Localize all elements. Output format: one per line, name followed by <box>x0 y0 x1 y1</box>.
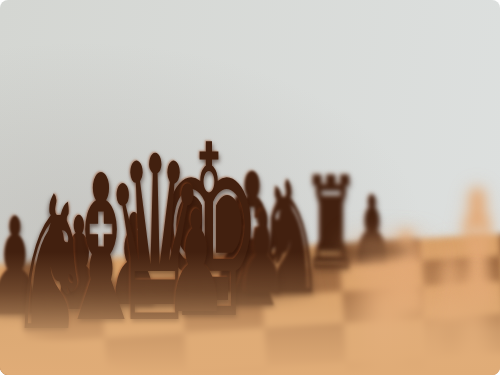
piece-black-knight-b8[interactable]: ♞ <box>0 172 134 356</box>
black-knight-glyph: ♞ <box>10 172 93 356</box>
piece-white-pawn-blurred[interactable]: ♟ <box>410 267 500 375</box>
white-pawn-blurred-glyph: ♟ <box>441 267 500 375</box>
photo-chess-scene: ♟♞♟♝♟♛♟♚♟♝♟♞♜♟♟♝♟♟♜♟ <box>0 0 500 375</box>
black-pawn-glyph: ♟ <box>164 192 227 333</box>
pieces-layer: ♟♞♟♝♟♛♟♚♟♝♟♞♜♟♟♝♟♟♜♟ <box>0 0 500 375</box>
